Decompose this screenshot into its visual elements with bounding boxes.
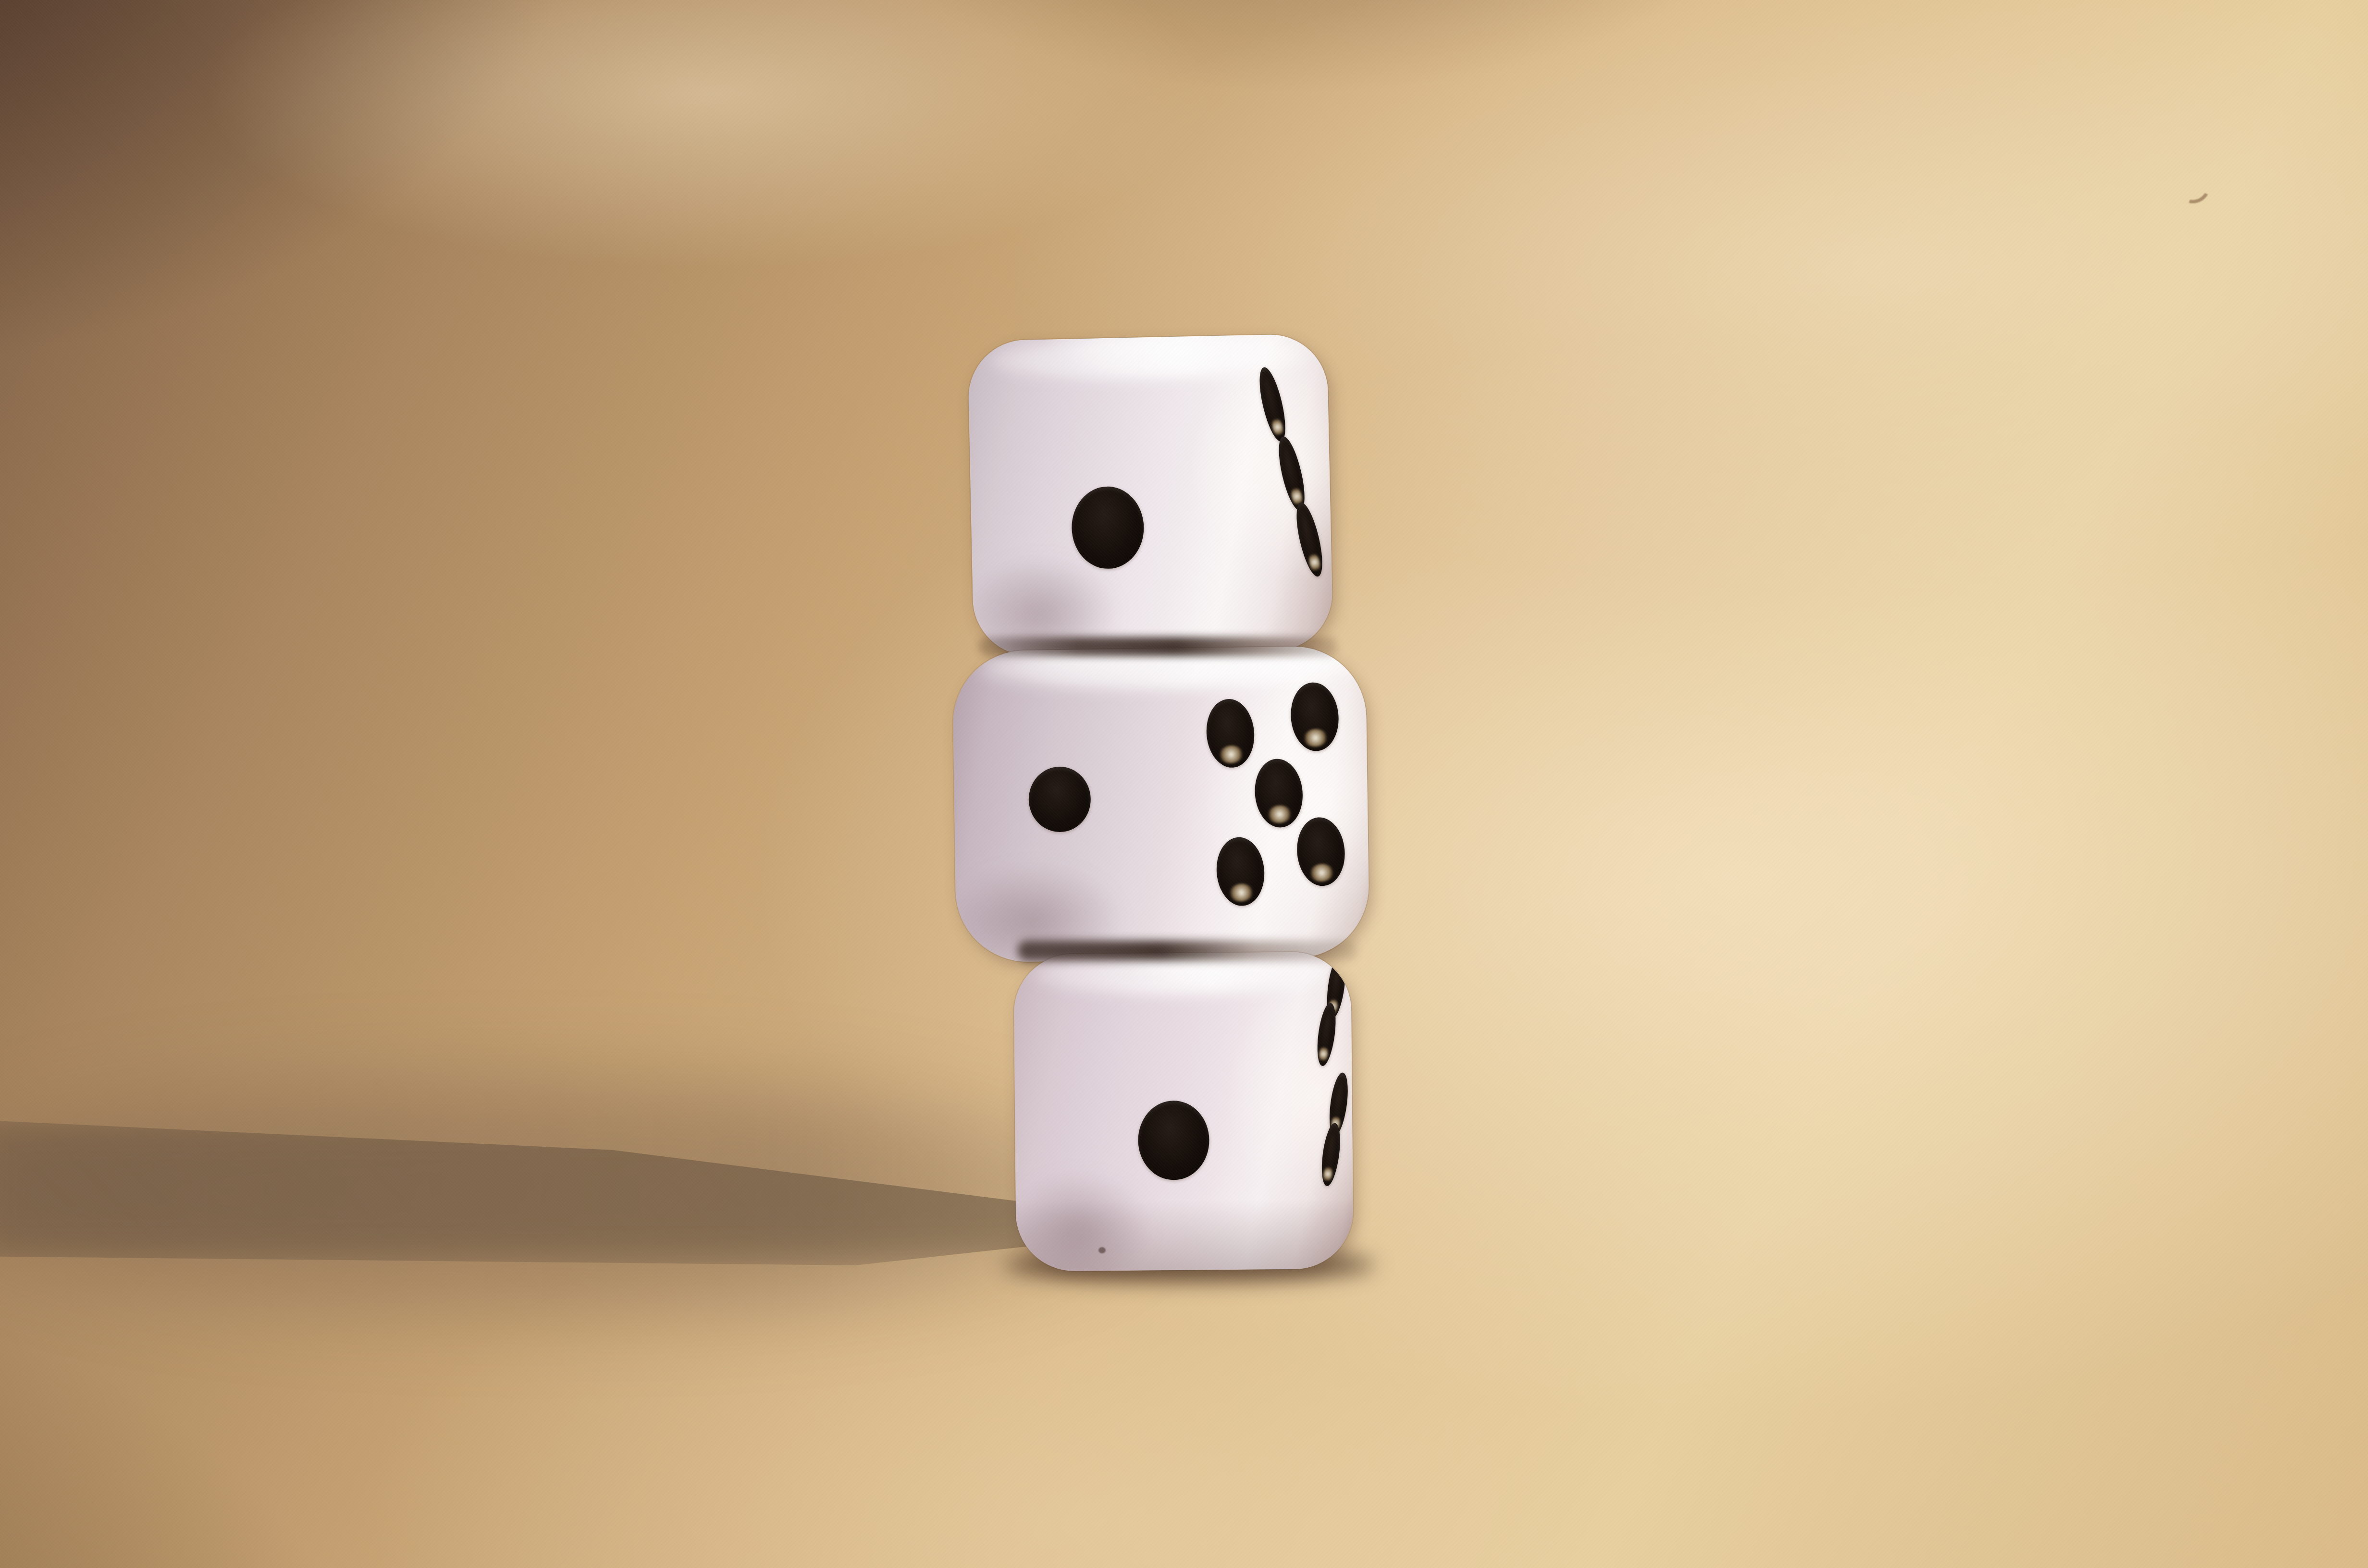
middle-die-right-pip bbox=[1288, 680, 1341, 752]
bottom-die-right-pip bbox=[1319, 1122, 1343, 1187]
middle-die-right-pip bbox=[1204, 697, 1257, 769]
middle-die-right-pip bbox=[1214, 835, 1267, 907]
die-speck bbox=[1098, 1247, 1106, 1253]
middle-die-right-pip bbox=[1252, 757, 1305, 829]
middle-die-front-pip bbox=[1028, 766, 1091, 833]
top-die-right-pip bbox=[1274, 434, 1310, 513]
pip-glint bbox=[1307, 551, 1322, 573]
pip-glint bbox=[1218, 745, 1244, 764]
pip-glint bbox=[1303, 728, 1329, 747]
photo-scene bbox=[0, 0, 2368, 1568]
top-die-right-pip bbox=[1254, 365, 1290, 443]
die-top bbox=[967, 333, 1333, 657]
pip-glint bbox=[1270, 416, 1285, 438]
top-die-front-pip bbox=[1071, 486, 1145, 570]
pip-glint bbox=[1322, 1165, 1333, 1183]
bottom-die-front-pip bbox=[1138, 1100, 1209, 1180]
top-die-right-pip bbox=[1291, 500, 1327, 578]
bottom-die-right-pip bbox=[1314, 1002, 1339, 1066]
pip-glint bbox=[1228, 883, 1254, 903]
pip-glint bbox=[1318, 1045, 1329, 1062]
middle-die-right-pip bbox=[1294, 816, 1347, 888]
die-middle bbox=[952, 646, 1370, 963]
pip-glint bbox=[1266, 805, 1292, 824]
die-bottom bbox=[1013, 952, 1354, 1272]
pip-glint bbox=[1308, 863, 1334, 883]
